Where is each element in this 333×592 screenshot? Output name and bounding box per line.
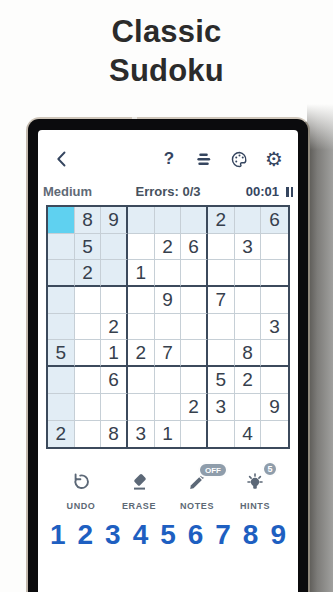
erase-button[interactable]: ERASE — [116, 471, 162, 511]
sudoku-cell-r9c5[interactable]: 1 — [155, 421, 182, 448]
sudoku-cell-r8c3[interactable] — [101, 394, 128, 421]
hints-button[interactable]: 5 — [232, 471, 278, 511]
sudoku-cell-r8c8[interactable] — [235, 394, 262, 421]
sudoku-cell-r2c3[interactable] — [101, 234, 128, 261]
sudoku-cell-r5c7[interactable] — [208, 314, 235, 341]
numpad-2[interactable]: 2 — [78, 519, 94, 551]
sudoku-cell-r7c3[interactable]: 6 — [101, 367, 128, 394]
sudoku-cell-r4c4[interactable] — [128, 287, 155, 314]
sudoku-cell-r2c8[interactable]: 3 — [235, 234, 262, 261]
sudoku-cell-r9c2[interactable] — [75, 421, 102, 448]
sudoku-cell-r8c7[interactable]: 3 — [208, 394, 235, 421]
erase-icon — [128, 471, 150, 497]
sudoku-cell-r2c7[interactable] — [208, 234, 235, 261]
sudoku-cell-r4c2[interactable] — [75, 287, 102, 314]
undo-icon — [70, 471, 92, 497]
numpad-8[interactable]: 8 — [243, 519, 259, 551]
sudoku-cell-r8c1[interactable] — [48, 394, 75, 421]
sudoku-cell-r8c6[interactable]: 2 — [181, 394, 208, 421]
sudoku-cell-r4c1[interactable] — [48, 287, 75, 314]
sudoku-cell-r2c6[interactable]: 6 — [181, 234, 208, 261]
sudoku-cell-r2c2[interactable]: 5 — [75, 234, 102, 261]
sudoku-cell-r1c5[interactable] — [155, 207, 182, 234]
sudoku-cell-r5c1[interactable] — [48, 314, 75, 341]
sudoku-cell-r3c3[interactable] — [101, 260, 128, 287]
sudoku-cell-r7c5[interactable] — [155, 367, 182, 394]
sudoku-cell-r3c1[interactable] — [48, 260, 75, 287]
help-icon[interactable]: ? — [159, 148, 179, 170]
sudoku-cell-r3c7[interactable] — [208, 260, 235, 287]
numpad-9[interactable]: 9 — [270, 519, 286, 551]
sudoku-cell-r9c1[interactable]: 2 — [48, 421, 75, 448]
sudoku-cell-r1c1[interactable] — [48, 207, 75, 234]
sudoku-cell-r6c1[interactable]: 5 — [48, 340, 75, 367]
numpad: 123456789 — [50, 519, 286, 551]
sudoku-cell-r6c9[interactable] — [261, 340, 288, 367]
numpad-5[interactable]: 5 — [160, 519, 176, 551]
sudoku-cell-r4c8[interactable] — [235, 287, 262, 314]
sudoku-cell-r2c9[interactable] — [261, 234, 288, 261]
pause-button[interactable] — [284, 187, 293, 197]
sudoku-cell-r7c9[interactable] — [261, 367, 288, 394]
sudoku-cell-r1c7[interactable]: 2 — [208, 207, 235, 234]
sudoku-cell-r2c4[interactable] — [128, 234, 155, 261]
hints-count-badge: 5 — [262, 461, 278, 477]
page-title-line1: Classic — [0, 12, 333, 51]
sudoku-cell-r8c2[interactable] — [75, 394, 102, 421]
sudoku-cell-r4c7[interactable]: 7 — [208, 287, 235, 314]
sudoku-cell-r1c8[interactable] — [235, 207, 262, 234]
page-title-line2: Sudoku — [0, 51, 333, 90]
sudoku-cell-r1c2[interactable]: 8 — [75, 207, 102, 234]
sudoku-cell-r1c3[interactable]: 9 — [101, 207, 128, 234]
app-bar: ? — [52, 144, 284, 174]
sudoku-cell-r7c8[interactable]: 2 — [235, 367, 262, 394]
sudoku-cell-r4c6[interactable] — [181, 287, 208, 314]
sudoku-cell-r6c3[interactable]: 1 — [101, 340, 128, 367]
sudoku-cell-r5c6[interactable] — [181, 314, 208, 341]
screenshot-root: Classic Sudoku ? — [0, 0, 333, 592]
sudoku-cell-r1c6[interactable] — [181, 207, 208, 234]
settings-gear-icon[interactable]: ⚙ — [264, 148, 284, 170]
hints-bulb-icon — [244, 471, 266, 497]
sudoku-cell-r6c6[interactable] — [181, 340, 208, 367]
sudoku-cell-r1c4[interactable] — [128, 207, 155, 234]
erase-label: ERASE — [122, 501, 156, 511]
notes-off-badge: OFF — [198, 462, 228, 478]
timer: 00:01 — [219, 184, 293, 199]
sudoku-cell-r4c3[interactable] — [101, 287, 128, 314]
phone-shadow-fade — [307, 104, 333, 150]
sudoku-cell-r7c2[interactable] — [75, 367, 102, 394]
sudoku-cell-r6c5[interactable]: 7 — [155, 340, 182, 367]
phone-bezel: ? — [28, 119, 308, 592]
sudoku-cell-r3c9[interactable] — [261, 260, 288, 287]
back-chevron-icon[interactable] — [52, 148, 72, 170]
sudoku-cell-r6c7[interactable] — [208, 340, 235, 367]
phone-frame: ? — [26, 117, 310, 592]
sudoku-cell-r2c1[interactable] — [48, 234, 75, 261]
sudoku-cell-r7c1[interactable] — [48, 367, 75, 394]
sudoku-board: 892652632197235127865223928314 — [46, 205, 290, 449]
levels-icon[interactable] — [194, 148, 214, 170]
numpad-4[interactable]: 4 — [133, 519, 149, 551]
sudoku-cell-r7c7[interactable]: 5 — [208, 367, 235, 394]
sudoku-cell-r8c5[interactable] — [155, 394, 182, 421]
sudoku-cell-r8c9[interactable]: 9 — [261, 394, 288, 421]
undo-button[interactable]: UNDO — [58, 471, 104, 511]
sudoku-cell-r4c5[interactable]: 9 — [155, 287, 182, 314]
sudoku-cell-r5c9[interactable]: 3 — [261, 314, 288, 341]
hints-label: HINTS — [240, 501, 270, 511]
app-screen: ? — [38, 130, 298, 592]
theme-palette-icon[interactable] — [229, 148, 249, 170]
sudoku-cell-r9c8[interactable]: 4 — [235, 421, 262, 448]
sudoku-cell-r3c5[interactable] — [155, 260, 182, 287]
sudoku-cell-r9c7[interactable] — [208, 421, 235, 448]
sudoku-cell-r6c2[interactable] — [75, 340, 102, 367]
controls-bar: UNDO ERASE OFF — [58, 471, 278, 511]
numpad-3[interactable]: 3 — [105, 519, 121, 551]
sudoku-cell-r9c3[interactable]: 8 — [101, 421, 128, 448]
sudoku-cell-r6c8[interactable]: 8 — [235, 340, 262, 367]
timer-value: 00:01 — [246, 184, 279, 199]
sudoku-cell-r7c6[interactable] — [181, 367, 208, 394]
sudoku-cell-r5c2[interactable] — [75, 314, 102, 341]
sudoku-cell-r9c6[interactable] — [181, 421, 208, 448]
sudoku-cell-r6c4[interactable]: 2 — [128, 340, 155, 367]
errors-counter: Errors: 0/3 — [117, 184, 220, 199]
difficulty-label[interactable]: Medium — [43, 184, 117, 199]
sudoku-cell-r8c4[interactable] — [128, 394, 155, 421]
numpad-1[interactable]: 1 — [50, 519, 66, 551]
sudoku-cell-r7c4[interactable] — [128, 367, 155, 394]
sudoku-cell-r9c9[interactable] — [261, 421, 288, 448]
sudoku-cell-r9c4[interactable]: 3 — [128, 421, 155, 448]
sudoku-cell-r4c9[interactable] — [261, 287, 288, 314]
sudoku-cell-r2c5[interactable]: 2 — [155, 234, 182, 261]
sudoku-cell-r3c6[interactable] — [181, 260, 208, 287]
sudoku-cell-r3c4[interactable]: 1 — [128, 260, 155, 287]
sudoku-cell-r3c2[interactable]: 2 — [75, 260, 102, 287]
phone-shadow — [307, 104, 333, 592]
undo-label: UNDO — [67, 501, 96, 511]
sudoku-cell-r1c9[interactable]: 6 — [261, 207, 288, 234]
notes-button[interactable]: OFF NOTES — [174, 471, 220, 511]
sudoku-cell-r5c4[interactable] — [128, 314, 155, 341]
numpad-7[interactable]: 7 — [215, 519, 231, 551]
sudoku-cell-r5c8[interactable] — [235, 314, 262, 341]
status-row: Medium Errors: 0/3 00:01 — [43, 184, 293, 199]
sudoku-cell-r3c8[interactable] — [235, 260, 262, 287]
notes-label: NOTES — [180, 501, 214, 511]
sudoku-cell-r5c3[interactable]: 2 — [101, 314, 128, 341]
sudoku-cell-r5c5[interactable] — [155, 314, 182, 341]
numpad-6[interactable]: 6 — [188, 519, 204, 551]
page-title: Classic Sudoku — [0, 12, 333, 90]
